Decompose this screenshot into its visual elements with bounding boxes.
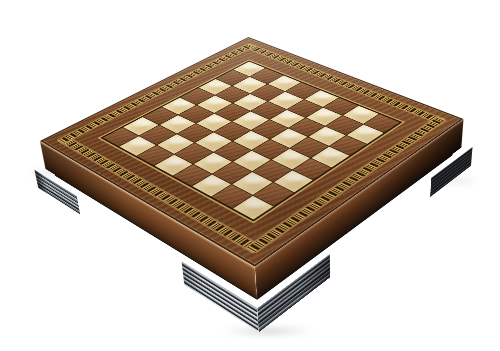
board-top-face [40,37,464,267]
square-f5 [271,128,307,147]
square-c2 [157,134,193,154]
square-f4 [252,139,289,159]
square-g4 [272,149,310,170]
square-e4 [233,130,269,149]
square-g5 [291,137,328,157]
chessboard [40,37,464,267]
square-d1 [155,155,193,176]
square-f2 [213,162,251,184]
square-h6 [329,135,366,155]
square-h5 [311,147,349,168]
photo-background [0,0,500,351]
square-d3 [195,132,231,151]
square-e2 [194,153,232,174]
square-c1 [137,145,174,165]
square-h2 [254,183,294,206]
square-h1 [233,195,274,219]
square-g3 [253,160,291,182]
foot-shadow-bottom [204,324,332,338]
square-g2 [233,172,272,194]
square-f1 [192,174,231,196]
square-g1 [212,185,252,208]
square-f3 [233,151,271,172]
square-h3 [274,170,313,192]
square-g6 [309,126,346,145]
square-h4 [293,158,331,179]
square-h7 [347,125,384,144]
square-b1 [120,136,156,156]
square-e1 [173,164,211,186]
square-e3 [214,141,251,161]
square-d2 [175,143,212,163]
